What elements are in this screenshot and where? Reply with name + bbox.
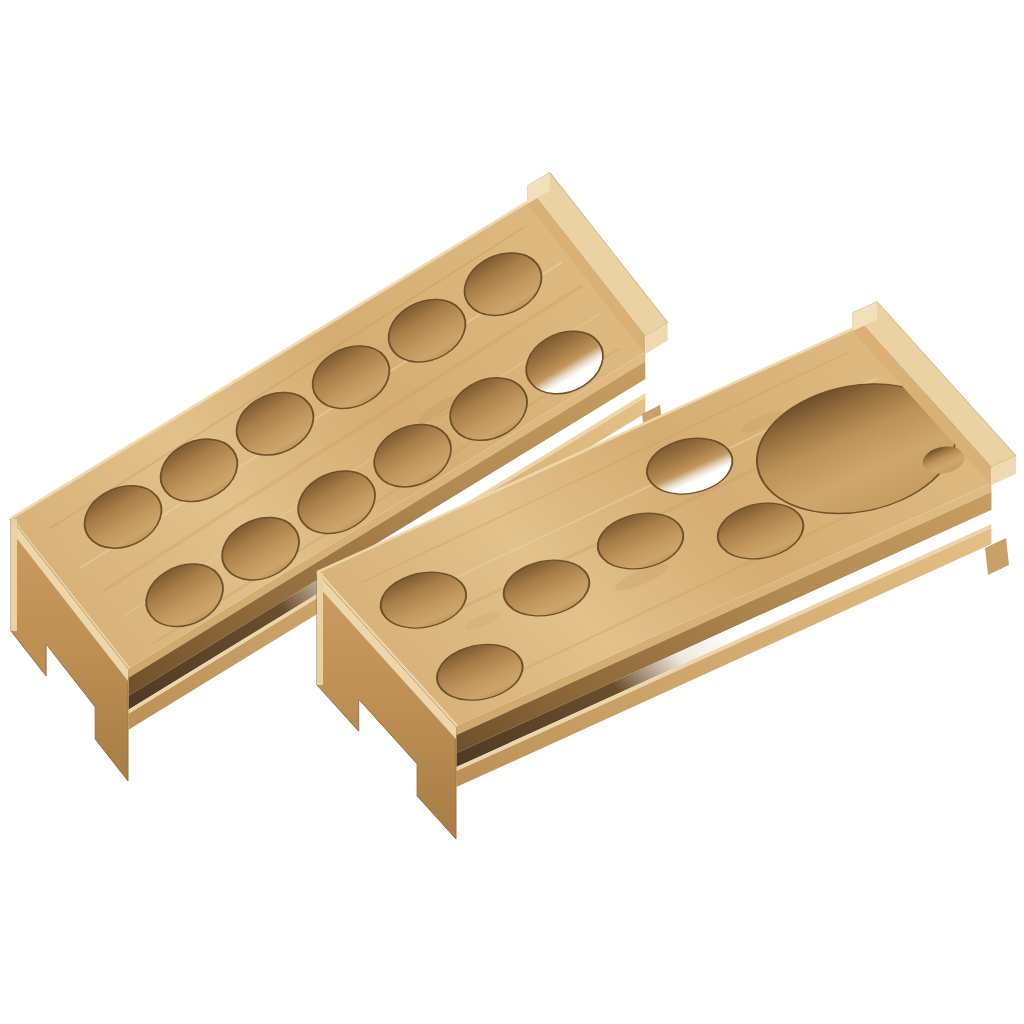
bamboo-racks-photo [0, 0, 1024, 1024]
product-photo-canvas [0, 0, 1024, 1024]
end-panel-side-edge [11, 519, 17, 631]
end-panel-side-edge [317, 573, 323, 685]
